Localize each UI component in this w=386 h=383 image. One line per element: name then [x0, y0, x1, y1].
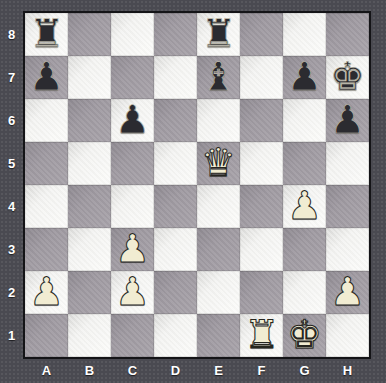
- square-g7[interactable]: ♟: [283, 56, 326, 99]
- square-e7[interactable]: ♝: [197, 56, 240, 99]
- black-bishop-e7[interactable]: ♝: [197, 56, 240, 99]
- square-f7[interactable]: [240, 56, 283, 99]
- square-h8[interactable]: [326, 13, 369, 56]
- square-c4[interactable]: [111, 185, 154, 228]
- square-a4[interactable]: [25, 185, 68, 228]
- square-d7[interactable]: [154, 56, 197, 99]
- white-queen-e5[interactable]: ♛: [197, 142, 240, 185]
- square-c3[interactable]: ♟: [111, 228, 154, 271]
- square-e8[interactable]: ♜: [197, 13, 240, 56]
- square-b5[interactable]: [68, 142, 111, 185]
- file-label-c: C: [111, 359, 154, 383]
- black-pawn-c6[interactable]: ♟: [111, 99, 154, 142]
- white-rook-f1[interactable]: ♜: [240, 314, 283, 357]
- square-f1[interactable]: ♜: [240, 314, 283, 357]
- rank-label-5: 5: [0, 142, 23, 185]
- square-d4[interactable]: [154, 185, 197, 228]
- square-g4[interactable]: ♟: [283, 185, 326, 228]
- square-c8[interactable]: [111, 13, 154, 56]
- square-b1[interactable]: [68, 314, 111, 357]
- square-a1[interactable]: [25, 314, 68, 357]
- square-e4[interactable]: [197, 185, 240, 228]
- rank-label-8: 8: [0, 13, 23, 56]
- black-pawn-g7[interactable]: ♟: [283, 56, 326, 99]
- square-a3[interactable]: [25, 228, 68, 271]
- white-pawn-g4[interactable]: ♟: [283, 185, 326, 228]
- file-label-g: G: [283, 359, 326, 383]
- square-g6[interactable]: [283, 99, 326, 142]
- white-pawn-a2[interactable]: ♟: [25, 271, 68, 314]
- square-d6[interactable]: [154, 99, 197, 142]
- rank-label-7: 7: [0, 56, 23, 99]
- square-f4[interactable]: [240, 185, 283, 228]
- square-c1[interactable]: [111, 314, 154, 357]
- square-d8[interactable]: [154, 13, 197, 56]
- black-pawn-a7[interactable]: ♟: [25, 56, 68, 99]
- square-f3[interactable]: [240, 228, 283, 271]
- square-b6[interactable]: [68, 99, 111, 142]
- file-label-d: D: [154, 359, 197, 383]
- square-b2[interactable]: [68, 271, 111, 314]
- square-g2[interactable]: [283, 271, 326, 314]
- square-a7[interactable]: ♟: [25, 56, 68, 99]
- file-label-f: F: [240, 359, 283, 383]
- square-c5[interactable]: [111, 142, 154, 185]
- chess-board: ♜♜♟♝♟♚♟♟♛♟♟♟♟♟♜♚: [23, 11, 371, 359]
- square-c7[interactable]: [111, 56, 154, 99]
- square-f6[interactable]: [240, 99, 283, 142]
- square-e2[interactable]: [197, 271, 240, 314]
- square-g3[interactable]: [283, 228, 326, 271]
- white-pawn-h2[interactable]: ♟: [326, 271, 369, 314]
- file-label-e: E: [197, 359, 240, 383]
- file-label-h: H: [326, 359, 369, 383]
- square-b8[interactable]: [68, 13, 111, 56]
- square-f2[interactable]: [240, 271, 283, 314]
- square-b7[interactable]: [68, 56, 111, 99]
- square-e1[interactable]: [197, 314, 240, 357]
- square-b3[interactable]: [68, 228, 111, 271]
- square-g1[interactable]: ♚: [283, 314, 326, 357]
- rank-label-1: 1: [0, 314, 23, 357]
- square-h5[interactable]: [326, 142, 369, 185]
- white-pawn-c3[interactable]: ♟: [111, 228, 154, 271]
- square-d1[interactable]: [154, 314, 197, 357]
- square-e6[interactable]: [197, 99, 240, 142]
- square-h1[interactable]: [326, 314, 369, 357]
- rank-label-3: 3: [0, 228, 23, 271]
- square-g5[interactable]: [283, 142, 326, 185]
- file-label-b: B: [68, 359, 111, 383]
- black-king-h7[interactable]: ♚: [326, 56, 369, 99]
- black-rook-e8[interactable]: ♜: [197, 13, 240, 56]
- square-h7[interactable]: ♚: [326, 56, 369, 99]
- square-b4[interactable]: [68, 185, 111, 228]
- square-h3[interactable]: [326, 228, 369, 271]
- square-d3[interactable]: [154, 228, 197, 271]
- chess-app-window: ♜♜♟♝♟♚♟♟♛♟♟♟♟♟♜♚ 87654321 ABCDEFGH: [0, 0, 386, 383]
- square-a2[interactable]: ♟: [25, 271, 68, 314]
- square-a5[interactable]: [25, 142, 68, 185]
- rank-label-6: 6: [0, 99, 23, 142]
- square-d5[interactable]: [154, 142, 197, 185]
- square-e5[interactable]: ♛: [197, 142, 240, 185]
- white-king-g1[interactable]: ♚: [283, 314, 326, 357]
- square-a8[interactable]: ♜: [25, 13, 68, 56]
- square-e3[interactable]: [197, 228, 240, 271]
- square-h4[interactable]: [326, 185, 369, 228]
- rank-label-2: 2: [0, 271, 23, 314]
- rank-label-4: 4: [0, 185, 23, 228]
- white-pawn-c2[interactable]: ♟: [111, 271, 154, 314]
- square-h2[interactable]: ♟: [326, 271, 369, 314]
- square-a6[interactable]: [25, 99, 68, 142]
- square-c2[interactable]: ♟: [111, 271, 154, 314]
- black-pawn-h6[interactable]: ♟: [326, 99, 369, 142]
- square-f8[interactable]: [240, 13, 283, 56]
- file-label-a: A: [25, 359, 68, 383]
- square-g8[interactable]: [283, 13, 326, 56]
- square-c6[interactable]: ♟: [111, 99, 154, 142]
- square-f5[interactable]: [240, 142, 283, 185]
- black-rook-a8[interactable]: ♜: [25, 13, 68, 56]
- square-h6[interactable]: ♟: [326, 99, 369, 142]
- square-d2[interactable]: [154, 271, 197, 314]
